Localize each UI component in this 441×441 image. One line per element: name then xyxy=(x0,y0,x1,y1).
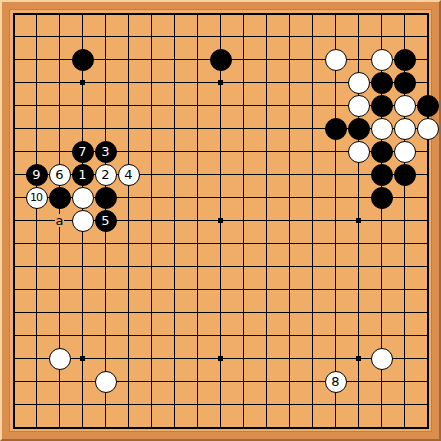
intersection-R16[interactable] xyxy=(370,71,393,94)
intersection-H3[interactable] xyxy=(163,370,186,393)
intersection-O18[interactable] xyxy=(301,25,324,48)
intersection-D15[interactable] xyxy=(71,94,94,117)
intersection-F3[interactable] xyxy=(117,370,140,393)
intersection-Q5[interactable] xyxy=(347,324,370,347)
intersection-L4[interactable] xyxy=(232,347,255,370)
intersection-G6[interactable] xyxy=(140,301,163,324)
intersection-R11[interactable] xyxy=(370,186,393,209)
intersection-S12[interactable] xyxy=(393,163,416,186)
intersection-B3[interactable] xyxy=(25,370,48,393)
intersection-F5[interactable] xyxy=(117,324,140,347)
intersection-G12[interactable] xyxy=(140,163,163,186)
intersection-N15[interactable] xyxy=(278,94,301,117)
intersection-K12[interactable] xyxy=(209,163,232,186)
intersection-N8[interactable] xyxy=(278,255,301,278)
intersection-N18[interactable] xyxy=(278,25,301,48)
intersection-R19[interactable] xyxy=(370,2,393,25)
intersection-N1[interactable] xyxy=(278,416,301,439)
intersection-T8[interactable] xyxy=(416,255,439,278)
intersection-G15[interactable] xyxy=(140,94,163,117)
intersection-A18[interactable] xyxy=(2,25,25,48)
intersection-A13[interactable] xyxy=(2,140,25,163)
intersection-C2[interactable] xyxy=(48,393,71,416)
intersection-T18[interactable] xyxy=(416,25,439,48)
intersection-Q10[interactable] xyxy=(347,209,370,232)
intersection-F14[interactable] xyxy=(117,117,140,140)
intersection-H1[interactable] xyxy=(163,416,186,439)
intersection-M19[interactable] xyxy=(255,2,278,25)
intersection-P16[interactable] xyxy=(324,71,347,94)
intersection-R14[interactable] xyxy=(370,117,393,140)
intersection-H6[interactable] xyxy=(163,301,186,324)
intersection-D13[interactable]: 7 xyxy=(71,140,94,163)
intersection-L13[interactable] xyxy=(232,140,255,163)
intersection-D5[interactable] xyxy=(71,324,94,347)
intersection-N14[interactable] xyxy=(278,117,301,140)
intersection-J16[interactable] xyxy=(186,71,209,94)
intersection-D4[interactable] xyxy=(71,347,94,370)
intersection-L6[interactable] xyxy=(232,301,255,324)
intersection-L16[interactable] xyxy=(232,71,255,94)
intersection-B2[interactable] xyxy=(25,393,48,416)
intersection-M5[interactable] xyxy=(255,324,278,347)
intersection-N2[interactable] xyxy=(278,393,301,416)
intersection-C3[interactable] xyxy=(48,370,71,393)
intersection-M8[interactable] xyxy=(255,255,278,278)
intersection-E4[interactable] xyxy=(94,347,117,370)
intersection-K13[interactable] xyxy=(209,140,232,163)
intersection-N5[interactable] xyxy=(278,324,301,347)
intersection-B10[interactable] xyxy=(25,209,48,232)
intersection-L12[interactable] xyxy=(232,163,255,186)
intersection-H12[interactable] xyxy=(163,163,186,186)
intersection-S18[interactable] xyxy=(393,25,416,48)
intersection-J14[interactable] xyxy=(186,117,209,140)
intersection-T15[interactable] xyxy=(416,94,439,117)
intersection-N4[interactable] xyxy=(278,347,301,370)
intersection-B8[interactable] xyxy=(25,255,48,278)
intersection-P17[interactable] xyxy=(324,48,347,71)
intersection-C19[interactable] xyxy=(48,2,71,25)
intersection-G9[interactable] xyxy=(140,232,163,255)
intersection-O6[interactable] xyxy=(301,301,324,324)
intersection-A14[interactable] xyxy=(2,117,25,140)
intersection-M16[interactable] xyxy=(255,71,278,94)
intersection-D19[interactable] xyxy=(71,2,94,25)
intersection-A2[interactable] xyxy=(2,393,25,416)
intersection-P19[interactable] xyxy=(324,2,347,25)
intersection-N16[interactable] xyxy=(278,71,301,94)
intersection-P11[interactable] xyxy=(324,186,347,209)
intersection-G14[interactable] xyxy=(140,117,163,140)
intersection-B17[interactable] xyxy=(25,48,48,71)
intersection-O4[interactable] xyxy=(301,347,324,370)
intersection-S15[interactable] xyxy=(393,94,416,117)
intersection-F2[interactable] xyxy=(117,393,140,416)
intersection-T17[interactable] xyxy=(416,48,439,71)
intersection-S14[interactable] xyxy=(393,117,416,140)
intersection-P8[interactable] xyxy=(324,255,347,278)
intersection-A8[interactable] xyxy=(2,255,25,278)
intersection-K4[interactable] xyxy=(209,347,232,370)
intersection-Q11[interactable] xyxy=(347,186,370,209)
intersection-D2[interactable] xyxy=(71,393,94,416)
intersection-H14[interactable] xyxy=(163,117,186,140)
intersection-A17[interactable] xyxy=(2,48,25,71)
intersection-D7[interactable] xyxy=(71,278,94,301)
intersection-R1[interactable] xyxy=(370,416,393,439)
intersection-T10[interactable] xyxy=(416,209,439,232)
intersection-P12[interactable] xyxy=(324,163,347,186)
intersection-H13[interactable] xyxy=(163,140,186,163)
intersection-O2[interactable] xyxy=(301,393,324,416)
intersection-R15[interactable] xyxy=(370,94,393,117)
intersection-M11[interactable] xyxy=(255,186,278,209)
intersection-P4[interactable] xyxy=(324,347,347,370)
intersection-E8[interactable] xyxy=(94,255,117,278)
intersection-H18[interactable] xyxy=(163,25,186,48)
intersection-Q16[interactable] xyxy=(347,71,370,94)
intersection-K3[interactable] xyxy=(209,370,232,393)
intersection-Q1[interactable] xyxy=(347,416,370,439)
intersection-B1[interactable] xyxy=(25,416,48,439)
intersection-O14[interactable] xyxy=(301,117,324,140)
intersection-S13[interactable] xyxy=(393,140,416,163)
intersection-O8[interactable] xyxy=(301,255,324,278)
intersection-E12[interactable]: 2 xyxy=(94,163,117,186)
intersection-J13[interactable] xyxy=(186,140,209,163)
intersection-N13[interactable] xyxy=(278,140,301,163)
intersection-C12[interactable]: 6 xyxy=(48,163,71,186)
intersection-C10[interactable]: a xyxy=(48,209,71,232)
intersection-S3[interactable] xyxy=(393,370,416,393)
intersection-H5[interactable] xyxy=(163,324,186,347)
intersection-J3[interactable] xyxy=(186,370,209,393)
intersection-L7[interactable] xyxy=(232,278,255,301)
intersection-L9[interactable] xyxy=(232,232,255,255)
intersection-S2[interactable] xyxy=(393,393,416,416)
intersection-N7[interactable] xyxy=(278,278,301,301)
intersection-E18[interactable] xyxy=(94,25,117,48)
intersection-N6[interactable] xyxy=(278,301,301,324)
intersection-M18[interactable] xyxy=(255,25,278,48)
intersection-E5[interactable] xyxy=(94,324,117,347)
intersection-R10[interactable] xyxy=(370,209,393,232)
intersection-L11[interactable] xyxy=(232,186,255,209)
intersection-C6[interactable] xyxy=(48,301,71,324)
intersection-A1[interactable] xyxy=(2,416,25,439)
intersection-D11[interactable] xyxy=(71,186,94,209)
intersection-O13[interactable] xyxy=(301,140,324,163)
intersection-A15[interactable] xyxy=(2,94,25,117)
intersection-Q17[interactable] xyxy=(347,48,370,71)
intersection-M3[interactable] xyxy=(255,370,278,393)
intersection-O9[interactable] xyxy=(301,232,324,255)
intersection-M13[interactable] xyxy=(255,140,278,163)
intersection-B9[interactable] xyxy=(25,232,48,255)
intersection-K18[interactable] xyxy=(209,25,232,48)
intersection-N12[interactable] xyxy=(278,163,301,186)
intersection-K10[interactable] xyxy=(209,209,232,232)
intersection-K17[interactable] xyxy=(209,48,232,71)
intersection-K16[interactable] xyxy=(209,71,232,94)
intersection-J18[interactable] xyxy=(186,25,209,48)
intersection-B16[interactable] xyxy=(25,71,48,94)
intersection-F19[interactable] xyxy=(117,2,140,25)
intersection-T16[interactable] xyxy=(416,71,439,94)
intersection-T1[interactable] xyxy=(416,416,439,439)
intersection-J5[interactable] xyxy=(186,324,209,347)
intersection-A6[interactable] xyxy=(2,301,25,324)
intersection-F7[interactable] xyxy=(117,278,140,301)
intersection-C13[interactable] xyxy=(48,140,71,163)
intersection-A19[interactable] xyxy=(2,2,25,25)
intersection-J7[interactable] xyxy=(186,278,209,301)
intersection-J12[interactable] xyxy=(186,163,209,186)
intersection-K19[interactable] xyxy=(209,2,232,25)
intersection-E13[interactable]: 3 xyxy=(94,140,117,163)
intersection-Q3[interactable] xyxy=(347,370,370,393)
intersection-G18[interactable] xyxy=(140,25,163,48)
intersection-L19[interactable] xyxy=(232,2,255,25)
intersection-P7[interactable] xyxy=(324,278,347,301)
intersection-B6[interactable] xyxy=(25,301,48,324)
intersection-O17[interactable] xyxy=(301,48,324,71)
intersection-O7[interactable] xyxy=(301,278,324,301)
intersection-B4[interactable] xyxy=(25,347,48,370)
intersection-E14[interactable] xyxy=(94,117,117,140)
intersection-D3[interactable] xyxy=(71,370,94,393)
intersection-F10[interactable] xyxy=(117,209,140,232)
intersection-J9[interactable] xyxy=(186,232,209,255)
intersection-Q15[interactable] xyxy=(347,94,370,117)
intersection-L18[interactable] xyxy=(232,25,255,48)
intersection-S1[interactable] xyxy=(393,416,416,439)
intersection-S7[interactable] xyxy=(393,278,416,301)
intersection-C16[interactable] xyxy=(48,71,71,94)
intersection-H9[interactable] xyxy=(163,232,186,255)
intersection-G19[interactable] xyxy=(140,2,163,25)
intersection-E19[interactable] xyxy=(94,2,117,25)
intersection-J10[interactable] xyxy=(186,209,209,232)
intersection-P1[interactable] xyxy=(324,416,347,439)
intersection-D16[interactable] xyxy=(71,71,94,94)
intersection-D9[interactable] xyxy=(71,232,94,255)
intersection-O11[interactable] xyxy=(301,186,324,209)
intersection-E2[interactable] xyxy=(94,393,117,416)
intersection-L3[interactable] xyxy=(232,370,255,393)
intersection-K1[interactable] xyxy=(209,416,232,439)
intersection-R2[interactable] xyxy=(370,393,393,416)
intersection-N10[interactable] xyxy=(278,209,301,232)
intersection-B14[interactable] xyxy=(25,117,48,140)
intersection-P9[interactable] xyxy=(324,232,347,255)
intersection-F8[interactable] xyxy=(117,255,140,278)
intersection-D10[interactable] xyxy=(71,209,94,232)
intersection-S16[interactable] xyxy=(393,71,416,94)
intersection-H2[interactable] xyxy=(163,393,186,416)
intersection-E1[interactable] xyxy=(94,416,117,439)
intersection-P13[interactable] xyxy=(324,140,347,163)
intersection-M1[interactable] xyxy=(255,416,278,439)
intersection-N11[interactable] xyxy=(278,186,301,209)
intersection-L17[interactable] xyxy=(232,48,255,71)
intersection-D1[interactable] xyxy=(71,416,94,439)
intersection-Q8[interactable] xyxy=(347,255,370,278)
intersection-K2[interactable] xyxy=(209,393,232,416)
intersection-D17[interactable] xyxy=(71,48,94,71)
intersection-L2[interactable] xyxy=(232,393,255,416)
intersection-L1[interactable] xyxy=(232,416,255,439)
intersection-O12[interactable] xyxy=(301,163,324,186)
intersection-A3[interactable] xyxy=(2,370,25,393)
intersection-L8[interactable] xyxy=(232,255,255,278)
intersection-B15[interactable] xyxy=(25,94,48,117)
intersection-O3[interactable] xyxy=(301,370,324,393)
intersection-A10[interactable] xyxy=(2,209,25,232)
intersection-C1[interactable] xyxy=(48,416,71,439)
intersection-N3[interactable] xyxy=(278,370,301,393)
intersection-S8[interactable] xyxy=(393,255,416,278)
intersection-S17[interactable] xyxy=(393,48,416,71)
intersection-C5[interactable] xyxy=(48,324,71,347)
intersection-C8[interactable] xyxy=(48,255,71,278)
intersection-A16[interactable] xyxy=(2,71,25,94)
intersection-R4[interactable] xyxy=(370,347,393,370)
intersection-E16[interactable] xyxy=(94,71,117,94)
intersection-C15[interactable] xyxy=(48,94,71,117)
intersection-B13[interactable] xyxy=(25,140,48,163)
intersection-E6[interactable] xyxy=(94,301,117,324)
intersection-T5[interactable] xyxy=(416,324,439,347)
intersection-F13[interactable] xyxy=(117,140,140,163)
intersection-R12[interactable] xyxy=(370,163,393,186)
intersection-S9[interactable] xyxy=(393,232,416,255)
intersection-T13[interactable] xyxy=(416,140,439,163)
intersection-G3[interactable] xyxy=(140,370,163,393)
intersection-K6[interactable] xyxy=(209,301,232,324)
intersection-Q9[interactable] xyxy=(347,232,370,255)
intersection-O15[interactable] xyxy=(301,94,324,117)
intersection-P14[interactable] xyxy=(324,117,347,140)
intersection-G5[interactable] xyxy=(140,324,163,347)
intersection-Q7[interactable] xyxy=(347,278,370,301)
intersection-H4[interactable] xyxy=(163,347,186,370)
intersection-R6[interactable] xyxy=(370,301,393,324)
intersection-K8[interactable] xyxy=(209,255,232,278)
intersection-T14[interactable] xyxy=(416,117,439,140)
intersection-K5[interactable] xyxy=(209,324,232,347)
intersection-T4[interactable] xyxy=(416,347,439,370)
intersection-J1[interactable] xyxy=(186,416,209,439)
intersection-H16[interactable] xyxy=(163,71,186,94)
intersection-H10[interactable] xyxy=(163,209,186,232)
intersection-F11[interactable] xyxy=(117,186,140,209)
intersection-M2[interactable] xyxy=(255,393,278,416)
intersection-B11[interactable]: 10 xyxy=(25,186,48,209)
intersection-D18[interactable] xyxy=(71,25,94,48)
intersection-T12[interactable] xyxy=(416,163,439,186)
intersection-G16[interactable] xyxy=(140,71,163,94)
intersection-H11[interactable] xyxy=(163,186,186,209)
intersection-F6[interactable] xyxy=(117,301,140,324)
intersection-R17[interactable] xyxy=(370,48,393,71)
intersection-Q12[interactable] xyxy=(347,163,370,186)
intersection-C7[interactable] xyxy=(48,278,71,301)
intersection-P10[interactable] xyxy=(324,209,347,232)
intersection-B12[interactable]: 9 xyxy=(25,163,48,186)
intersection-N9[interactable] xyxy=(278,232,301,255)
intersection-J4[interactable] xyxy=(186,347,209,370)
intersection-G2[interactable] xyxy=(140,393,163,416)
intersection-F9[interactable] xyxy=(117,232,140,255)
intersection-F16[interactable] xyxy=(117,71,140,94)
intersection-K14[interactable] xyxy=(209,117,232,140)
intersection-R7[interactable] xyxy=(370,278,393,301)
intersection-B18[interactable] xyxy=(25,25,48,48)
intersection-H19[interactable] xyxy=(163,2,186,25)
intersection-O10[interactable] xyxy=(301,209,324,232)
intersection-B19[interactable] xyxy=(25,2,48,25)
intersection-P15[interactable] xyxy=(324,94,347,117)
intersection-E3[interactable] xyxy=(94,370,117,393)
intersection-Q2[interactable] xyxy=(347,393,370,416)
intersection-P18[interactable] xyxy=(324,25,347,48)
intersection-J17[interactable] xyxy=(186,48,209,71)
intersection-J11[interactable] xyxy=(186,186,209,209)
intersection-Q4[interactable] xyxy=(347,347,370,370)
intersection-K9[interactable] xyxy=(209,232,232,255)
intersection-C17[interactable] xyxy=(48,48,71,71)
intersection-R5[interactable] xyxy=(370,324,393,347)
intersection-P3[interactable]: 8 xyxy=(324,370,347,393)
intersection-C4[interactable] xyxy=(48,347,71,370)
intersection-D6[interactable] xyxy=(71,301,94,324)
intersection-T6[interactable] xyxy=(416,301,439,324)
intersection-A4[interactable] xyxy=(2,347,25,370)
intersection-J6[interactable] xyxy=(186,301,209,324)
intersection-J8[interactable] xyxy=(186,255,209,278)
intersection-P2[interactable] xyxy=(324,393,347,416)
intersection-N19[interactable] xyxy=(278,2,301,25)
intersection-M15[interactable] xyxy=(255,94,278,117)
intersection-G7[interactable] xyxy=(140,278,163,301)
intersection-H7[interactable] xyxy=(163,278,186,301)
intersection-M14[interactable] xyxy=(255,117,278,140)
intersection-S19[interactable] xyxy=(393,2,416,25)
intersection-E11[interactable] xyxy=(94,186,117,209)
intersection-C14[interactable] xyxy=(48,117,71,140)
intersection-M9[interactable] xyxy=(255,232,278,255)
intersection-E17[interactable] xyxy=(94,48,117,71)
intersection-M10[interactable] xyxy=(255,209,278,232)
intersection-A7[interactable] xyxy=(2,278,25,301)
intersection-J19[interactable] xyxy=(186,2,209,25)
intersection-M12[interactable] xyxy=(255,163,278,186)
intersection-K15[interactable] xyxy=(209,94,232,117)
intersection-G10[interactable] xyxy=(140,209,163,232)
intersection-D12[interactable]: 1 xyxy=(71,163,94,186)
intersection-G13[interactable] xyxy=(140,140,163,163)
intersection-M6[interactable] xyxy=(255,301,278,324)
intersection-S6[interactable] xyxy=(393,301,416,324)
intersection-K7[interactable] xyxy=(209,278,232,301)
intersection-J2[interactable] xyxy=(186,393,209,416)
intersection-G17[interactable] xyxy=(140,48,163,71)
intersection-N17[interactable] xyxy=(278,48,301,71)
intersection-T11[interactable] xyxy=(416,186,439,209)
intersection-R9[interactable] xyxy=(370,232,393,255)
